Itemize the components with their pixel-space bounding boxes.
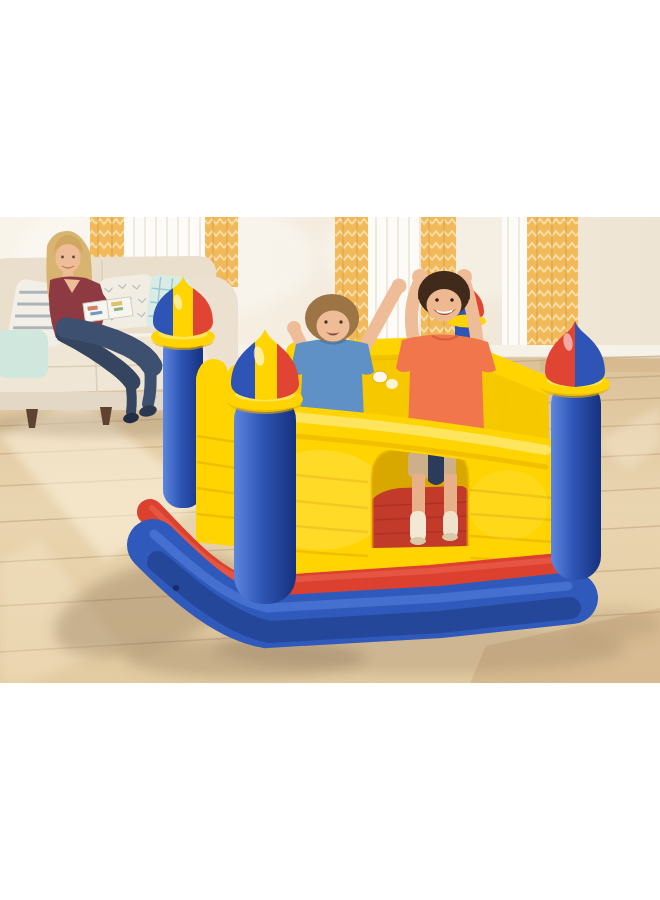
tower-front-right-column	[551, 380, 601, 580]
mint-pillow	[0, 330, 48, 378]
boy-orange-face	[427, 289, 462, 321]
tower-front-left	[227, 325, 303, 604]
tower-front-left-column	[234, 392, 296, 604]
photo-area	[0, 217, 660, 683]
boy-blue-right-fist	[287, 321, 301, 335]
boy-blue-face	[317, 311, 350, 342]
castle-door-opening	[372, 450, 468, 548]
boy-orange-left-arm	[411, 283, 419, 342]
product-photo-page	[0, 0, 660, 900]
wall-highlight-oval	[373, 371, 388, 383]
air-valve	[173, 585, 179, 591]
boy-blue-left-fist	[392, 279, 407, 294]
window-sheer-right	[502, 217, 531, 351]
living-room-scene	[0, 217, 660, 683]
